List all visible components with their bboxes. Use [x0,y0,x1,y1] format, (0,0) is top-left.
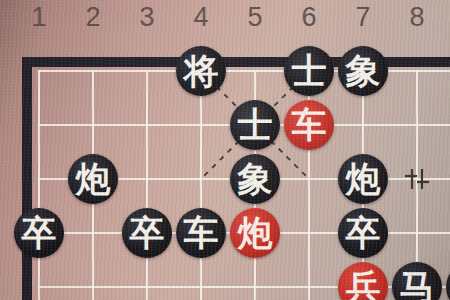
cannon-point-marker [404,166,430,192]
piece-black-unknown-partially-visible[interactable] [446,262,450,300]
piece-black-soldier[interactable]: 卒 [122,208,172,258]
piece-black-soldier[interactable]: 卒 [14,208,64,258]
piece-black-soldier[interactable]: 卒 [338,208,388,258]
piece-red-chariot[interactable]: 车 [284,100,334,150]
screen-photo: xiangqi 12345678 将士象士车炮象炮卒卒车炮卒兵马 [0,0,450,300]
piece-black-elephant[interactable]: 象 [338,46,388,96]
xiangqi-board[interactable]: 将士象士车炮象炮卒卒车炮卒兵马 [0,0,450,300]
piece-black-advisor[interactable]: 士 [284,46,334,96]
piece-black-advisor[interactable]: 士 [230,100,280,150]
piece-red-soldier[interactable]: 兵 [338,262,388,300]
piece-black-horse[interactable]: 马 [392,262,442,300]
piece-red-cannon[interactable]: 炮 [230,208,280,258]
piece-black-chariot[interactable]: 车 [176,208,226,258]
piece-black-cannon[interactable]: 炮 [68,154,118,204]
piece-black-general[interactable]: 将 [176,46,226,96]
piece-black-elephant[interactable]: 象 [230,154,280,204]
piece-black-cannon[interactable]: 炮 [338,154,388,204]
